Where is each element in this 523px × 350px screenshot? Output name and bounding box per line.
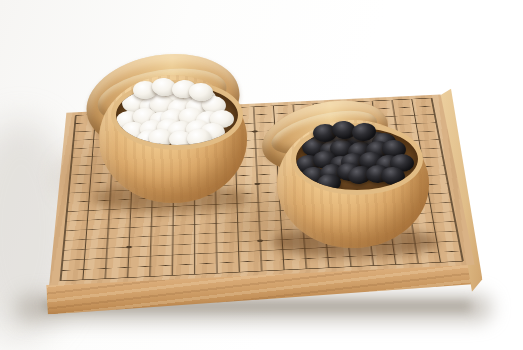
go-set-photo (0, 0, 523, 350)
star-point (257, 239, 263, 242)
white-stone (186, 128, 211, 148)
black-stone-bowl (277, 120, 429, 248)
star-point (252, 130, 258, 132)
star-point (254, 183, 260, 185)
white-stone-bowl (99, 75, 247, 203)
board-perspective-wrap (0, 0, 523, 350)
star-point (126, 246, 132, 249)
black-stone (316, 173, 342, 194)
